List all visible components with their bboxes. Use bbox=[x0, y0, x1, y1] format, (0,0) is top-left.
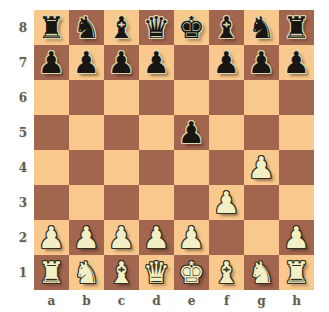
file-label-g: g bbox=[244, 290, 279, 312]
piece-black-queen[interactable]: ♛ bbox=[143, 10, 170, 45]
piece-white-rook[interactable]: ♜ bbox=[38, 255, 65, 290]
file-label-h: h bbox=[279, 290, 314, 312]
piece-black-pawn[interactable]: ♟ bbox=[38, 45, 65, 80]
piece-black-pawn[interactable]: ♟ bbox=[248, 45, 275, 80]
square-e6[interactable] bbox=[174, 80, 209, 115]
square-e1[interactable]: ♚ bbox=[174, 255, 209, 290]
square-a5[interactable] bbox=[34, 115, 69, 150]
square-g7[interactable]: ♟ bbox=[244, 45, 279, 80]
square-f2[interactable] bbox=[209, 220, 244, 255]
square-a3[interactable] bbox=[34, 185, 69, 220]
file-labels: abcdefgh bbox=[34, 290, 314, 312]
square-h6[interactable] bbox=[279, 80, 314, 115]
square-f4[interactable] bbox=[209, 150, 244, 185]
piece-white-queen[interactable]: ♛ bbox=[143, 255, 170, 290]
piece-black-pawn[interactable]: ♟ bbox=[178, 115, 205, 150]
square-e2[interactable]: ♟ bbox=[174, 220, 209, 255]
piece-white-pawn[interactable]: ♟ bbox=[248, 150, 275, 185]
piece-black-knight[interactable]: ♞ bbox=[73, 10, 100, 45]
square-a7[interactable]: ♟ bbox=[34, 45, 69, 80]
file-label-b: b bbox=[69, 290, 104, 312]
square-h3[interactable] bbox=[279, 185, 314, 220]
square-e7[interactable] bbox=[174, 45, 209, 80]
square-h4[interactable] bbox=[279, 150, 314, 185]
square-f3[interactable]: ♟ bbox=[209, 185, 244, 220]
square-g4[interactable]: ♟ bbox=[244, 150, 279, 185]
piece-white-bishop[interactable]: ♝ bbox=[108, 255, 135, 290]
piece-black-pawn[interactable]: ♟ bbox=[73, 45, 100, 80]
piece-black-bishop[interactable]: ♝ bbox=[213, 10, 240, 45]
square-c4[interactable] bbox=[104, 150, 139, 185]
square-c8[interactable]: ♝ bbox=[104, 10, 139, 45]
rank-label-7: 7 bbox=[0, 45, 34, 80]
square-h2[interactable]: ♟ bbox=[279, 220, 314, 255]
square-f1[interactable]: ♝ bbox=[209, 255, 244, 290]
square-e4[interactable] bbox=[174, 150, 209, 185]
square-d7[interactable]: ♟ bbox=[139, 45, 174, 80]
file-label-c: c bbox=[104, 290, 139, 312]
square-b7[interactable]: ♟ bbox=[69, 45, 104, 80]
piece-white-pawn[interactable]: ♟ bbox=[213, 185, 240, 220]
square-a4[interactable] bbox=[34, 150, 69, 185]
piece-white-pawn[interactable]: ♟ bbox=[283, 220, 310, 255]
square-c2[interactable]: ♟ bbox=[104, 220, 139, 255]
square-a1[interactable]: ♜ bbox=[34, 255, 69, 290]
square-b4[interactable] bbox=[69, 150, 104, 185]
square-b8[interactable]: ♞ bbox=[69, 10, 104, 45]
square-g3[interactable] bbox=[244, 185, 279, 220]
square-f7[interactable]: ♟ bbox=[209, 45, 244, 80]
square-d6[interactable] bbox=[139, 80, 174, 115]
piece-black-rook[interactable]: ♜ bbox=[38, 10, 65, 45]
rank-label-2: 2 bbox=[0, 220, 34, 255]
square-b6[interactable] bbox=[69, 80, 104, 115]
square-f8[interactable]: ♝ bbox=[209, 10, 244, 45]
piece-black-knight[interactable]: ♞ bbox=[248, 10, 275, 45]
square-e5[interactable]: ♟ bbox=[174, 115, 209, 150]
piece-white-rook[interactable]: ♜ bbox=[283, 255, 310, 290]
rank-label-5: 5 bbox=[0, 115, 34, 150]
square-g8[interactable]: ♞ bbox=[244, 10, 279, 45]
piece-white-pawn[interactable]: ♟ bbox=[73, 220, 100, 255]
chess-board: ♜♞♝♛♚♝♞♜♟♟♟♟♟♟♟♟♟♟♟♟♟♟♟♟♜♞♝♛♚♝♞♜ bbox=[34, 10, 314, 290]
chess-diagram: 87654321 ♜♞♝♛♚♝♞♜♟♟♟♟♟♟♟♟♟♟♟♟♟♟♟♟♜♞♝♛♚♝♞… bbox=[0, 0, 329, 312]
piece-black-king[interactable]: ♚ bbox=[178, 10, 205, 45]
piece-black-pawn[interactable]: ♟ bbox=[283, 45, 310, 80]
square-c1[interactable]: ♝ bbox=[104, 255, 139, 290]
file-label-a: a bbox=[34, 290, 69, 312]
file-label-f: f bbox=[209, 290, 244, 312]
piece-black-pawn[interactable]: ♟ bbox=[143, 45, 170, 80]
rank-label-1: 1 bbox=[0, 255, 34, 290]
square-a2[interactable]: ♟ bbox=[34, 220, 69, 255]
square-a8[interactable]: ♜ bbox=[34, 10, 69, 45]
square-d5[interactable] bbox=[139, 115, 174, 150]
piece-white-pawn[interactable]: ♟ bbox=[178, 220, 205, 255]
rank-labels: 87654321 bbox=[0, 10, 34, 290]
square-c6[interactable] bbox=[104, 80, 139, 115]
rank-label-3: 3 bbox=[0, 185, 34, 220]
square-e8[interactable]: ♚ bbox=[174, 10, 209, 45]
piece-white-bishop[interactable]: ♝ bbox=[213, 255, 240, 290]
square-d3[interactable] bbox=[139, 185, 174, 220]
square-e3[interactable] bbox=[174, 185, 209, 220]
square-h1[interactable]: ♜ bbox=[279, 255, 314, 290]
rank-label-6: 6 bbox=[0, 80, 34, 115]
square-d4[interactable] bbox=[139, 150, 174, 185]
square-h7[interactable]: ♟ bbox=[279, 45, 314, 80]
piece-black-rook[interactable]: ♜ bbox=[283, 10, 310, 45]
square-b1[interactable]: ♞ bbox=[69, 255, 104, 290]
rank-label-4: 4 bbox=[0, 150, 34, 185]
piece-white-knight[interactable]: ♞ bbox=[73, 255, 100, 290]
piece-black-pawn[interactable]: ♟ bbox=[108, 45, 135, 80]
square-f6[interactable] bbox=[209, 80, 244, 115]
square-d8[interactable]: ♛ bbox=[139, 10, 174, 45]
square-a6[interactable] bbox=[34, 80, 69, 115]
square-b3[interactable] bbox=[69, 185, 104, 220]
piece-white-pawn[interactable]: ♟ bbox=[143, 220, 170, 255]
square-g6[interactable] bbox=[244, 80, 279, 115]
piece-white-knight[interactable]: ♞ bbox=[248, 255, 275, 290]
square-c7[interactable]: ♟ bbox=[104, 45, 139, 80]
square-c5[interactable] bbox=[104, 115, 139, 150]
square-c3[interactable] bbox=[104, 185, 139, 220]
file-label-e: e bbox=[174, 290, 209, 312]
square-b2[interactable]: ♟ bbox=[69, 220, 104, 255]
square-f5[interactable] bbox=[209, 115, 244, 150]
piece-white-pawn[interactable]: ♟ bbox=[38, 220, 65, 255]
square-h8[interactable]: ♜ bbox=[279, 10, 314, 45]
file-label-d: d bbox=[139, 290, 174, 312]
square-g5[interactable] bbox=[244, 115, 279, 150]
piece-black-bishop[interactable]: ♝ bbox=[108, 10, 135, 45]
square-d1[interactable]: ♛ bbox=[139, 255, 174, 290]
piece-white-king[interactable]: ♚ bbox=[178, 255, 205, 290]
rank-label-8: 8 bbox=[0, 10, 34, 45]
square-g1[interactable]: ♞ bbox=[244, 255, 279, 290]
piece-white-pawn[interactable]: ♟ bbox=[108, 220, 135, 255]
square-h5[interactable] bbox=[279, 115, 314, 150]
square-d2[interactable]: ♟ bbox=[139, 220, 174, 255]
square-g2[interactable] bbox=[244, 220, 279, 255]
piece-black-pawn[interactable]: ♟ bbox=[213, 45, 240, 80]
square-b5[interactable] bbox=[69, 115, 104, 150]
